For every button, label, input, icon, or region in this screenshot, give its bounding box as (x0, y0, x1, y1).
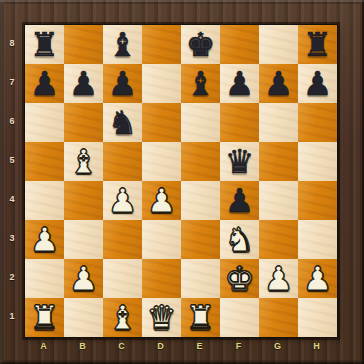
square-h7[interactable]: ♟ (298, 64, 337, 103)
square-a8[interactable]: ♜ (25, 25, 64, 64)
square-e6[interactable] (181, 103, 220, 142)
black-knight-icon: ♞ (103, 103, 142, 142)
square-d6[interactable] (142, 103, 181, 142)
black-pawn-icon: ♟ (25, 64, 64, 103)
square-c3[interactable] (103, 220, 142, 259)
square-g7[interactable]: ♟ (259, 64, 298, 103)
square-c4[interactable]: ♟ (103, 181, 142, 220)
square-h1[interactable] (298, 298, 337, 337)
chess-board: ♜♝♚♜♟♟♟♝♟♟♟♞♝♛♟♟♟♟♞♟♚♟♟♜♝♛♜ (24, 24, 338, 338)
square-g4[interactable] (259, 181, 298, 220)
black-king-icon: ♚ (181, 25, 220, 64)
square-h8[interactable]: ♜ (298, 25, 337, 64)
black-pawn-icon: ♟ (64, 64, 103, 103)
square-f5[interactable]: ♛ (220, 142, 259, 181)
white-bishop-icon: ♝ (103, 298, 142, 337)
rank-label-4: 4 (0, 180, 24, 219)
black-rook-icon: ♜ (298, 25, 337, 64)
rank-label-5: 5 (0, 141, 24, 180)
chessboard-window: ♜♝♚♜♟♟♟♝♟♟♟♞♝♛♟♟♟♟♞♟♚♟♟♜♝♛♜ 87654321 ABC… (0, 0, 364, 364)
square-e7[interactable]: ♝ (181, 64, 220, 103)
square-e5[interactable] (181, 142, 220, 181)
file-label-a: A (24, 339, 63, 353)
square-g2[interactable]: ♟ (259, 259, 298, 298)
square-d5[interactable] (142, 142, 181, 181)
white-pawn-icon: ♟ (64, 259, 103, 298)
square-g3[interactable] (259, 220, 298, 259)
white-queen-icon: ♛ (142, 298, 181, 337)
file-label-b: B (63, 339, 102, 353)
black-pawn-icon: ♟ (259, 64, 298, 103)
square-d1[interactable]: ♛ (142, 298, 181, 337)
square-e8[interactable]: ♚ (181, 25, 220, 64)
square-f8[interactable] (220, 25, 259, 64)
square-b7[interactable]: ♟ (64, 64, 103, 103)
white-pawn-icon: ♟ (25, 220, 64, 259)
square-h5[interactable] (298, 142, 337, 181)
white-rook-icon: ♜ (25, 298, 64, 337)
rank-label-2: 2 (0, 258, 24, 297)
square-h6[interactable] (298, 103, 337, 142)
rank-label-8: 8 (0, 24, 24, 63)
square-e2[interactable] (181, 259, 220, 298)
black-pawn-icon: ♟ (298, 64, 337, 103)
black-pawn-icon: ♟ (103, 64, 142, 103)
square-h4[interactable] (298, 181, 337, 220)
black-pawn-icon: ♟ (220, 64, 259, 103)
white-knight-icon: ♞ (220, 220, 259, 259)
square-f7[interactable]: ♟ (220, 64, 259, 103)
white-rook-icon: ♜ (181, 298, 220, 337)
white-pawn-icon: ♟ (142, 181, 181, 220)
file-label-d: D (141, 339, 180, 353)
black-rook-icon: ♜ (25, 25, 64, 64)
square-f1[interactable] (220, 298, 259, 337)
square-c1[interactable]: ♝ (103, 298, 142, 337)
square-c5[interactable] (103, 142, 142, 181)
rank-label-1: 1 (0, 297, 24, 336)
square-f2[interactable]: ♚ (220, 259, 259, 298)
black-pawn-icon: ♟ (220, 181, 259, 220)
white-bishop-icon: ♝ (64, 142, 103, 181)
square-g6[interactable] (259, 103, 298, 142)
square-b4[interactable] (64, 181, 103, 220)
square-a5[interactable] (25, 142, 64, 181)
square-d8[interactable] (142, 25, 181, 64)
file-label-g: G (258, 339, 297, 353)
square-f3[interactable]: ♞ (220, 220, 259, 259)
file-label-f: F (219, 339, 258, 353)
rank-label-3: 3 (0, 219, 24, 258)
white-pawn-icon: ♟ (298, 259, 337, 298)
square-b2[interactable]: ♟ (64, 259, 103, 298)
square-f4[interactable]: ♟ (220, 181, 259, 220)
black-bishop-icon: ♝ (103, 25, 142, 64)
square-b1[interactable] (64, 298, 103, 337)
square-c6[interactable]: ♞ (103, 103, 142, 142)
square-b6[interactable] (64, 103, 103, 142)
square-g8[interactable] (259, 25, 298, 64)
file-label-c: C (102, 339, 141, 353)
square-f6[interactable] (220, 103, 259, 142)
square-d7[interactable] (142, 64, 181, 103)
square-a6[interactable] (25, 103, 64, 142)
square-a3[interactable]: ♟ (25, 220, 64, 259)
square-b3[interactable] (64, 220, 103, 259)
square-g5[interactable] (259, 142, 298, 181)
square-h3[interactable] (298, 220, 337, 259)
square-e1[interactable]: ♜ (181, 298, 220, 337)
black-bishop-icon: ♝ (181, 64, 220, 103)
rank-label-7: 7 (0, 63, 24, 102)
square-b8[interactable] (64, 25, 103, 64)
square-b5[interactable]: ♝ (64, 142, 103, 181)
file-label-e: E (180, 339, 219, 353)
white-pawn-icon: ♟ (103, 181, 142, 220)
black-queen-icon: ♛ (220, 142, 259, 181)
square-c2[interactable] (103, 259, 142, 298)
square-c7[interactable]: ♟ (103, 64, 142, 103)
square-a7[interactable]: ♟ (25, 64, 64, 103)
square-g1[interactable] (259, 298, 298, 337)
square-e3[interactable] (181, 220, 220, 259)
white-pawn-icon: ♟ (259, 259, 298, 298)
square-a1[interactable]: ♜ (25, 298, 64, 337)
square-c8[interactable]: ♝ (103, 25, 142, 64)
square-a4[interactable] (25, 181, 64, 220)
square-e4[interactable] (181, 181, 220, 220)
file-label-h: H (297, 339, 336, 353)
rank-label-6: 6 (0, 102, 24, 141)
square-h2[interactable]: ♟ (298, 259, 337, 298)
square-d3[interactable] (142, 220, 181, 259)
square-d4[interactable]: ♟ (142, 181, 181, 220)
square-d2[interactable] (142, 259, 181, 298)
white-king-icon: ♚ (220, 259, 259, 298)
square-a2[interactable] (25, 259, 64, 298)
